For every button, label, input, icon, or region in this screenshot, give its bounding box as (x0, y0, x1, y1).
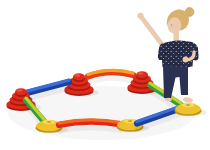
child-hand (183, 57, 189, 63)
balance-course (7, 70, 208, 140)
stepping-dome-right (175, 103, 208, 116)
product-photo (0, 0, 210, 150)
balance-course-scene (0, 0, 210, 150)
cone-highlight (138, 72, 144, 74)
cone-tier (73, 73, 85, 80)
cone-highlight (17, 89, 23, 91)
child-left-foot (165, 98, 172, 102)
child-neck (174, 32, 180, 41)
child-eye (171, 24, 172, 25)
beam-orange-top-shadow (88, 78, 133, 82)
child-raised-arm (142, 18, 164, 47)
dome-knob (128, 120, 132, 122)
beam-red-bottom (59, 120, 121, 131)
cone-tier (15, 88, 27, 95)
dome-knob (186, 104, 190, 106)
child-jeans (163, 66, 188, 98)
cone-tier (136, 71, 148, 78)
cone-highlight (75, 74, 81, 76)
dome-knob (47, 121, 51, 123)
beam-orange-top (88, 70, 133, 82)
child-fist (137, 13, 143, 19)
